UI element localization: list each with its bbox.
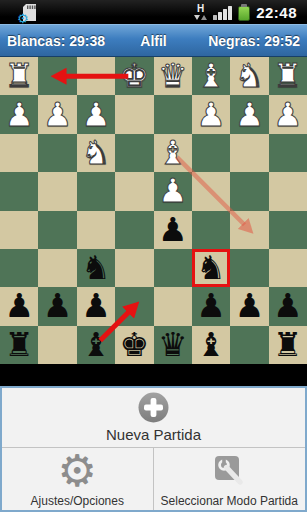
square-e8[interactable]: ♚: [115, 326, 153, 364]
black-bishop: ♝: [81, 326, 111, 364]
square-e4[interactable]: [115, 172, 153, 210]
notification-area: ⚙: [22, 4, 37, 21]
black-pawn: ♟: [158, 211, 188, 249]
black-knight: ♞: [196, 249, 226, 287]
white-rook: ♜: [4, 57, 34, 95]
black-pawn: ♟: [235, 287, 265, 325]
settings-button[interactable]: ⚙ Ajustes/Opciones: [2, 448, 154, 510]
square-a1[interactable]: ♜: [269, 57, 307, 95]
black-pawn: ♟: [273, 287, 303, 325]
square-f2[interactable]: ♟: [77, 95, 115, 133]
black-clock: Negras: 29:52: [208, 33, 300, 49]
black-rook: ♜: [4, 326, 34, 364]
plus-circle-icon: [138, 392, 169, 423]
white-king: ♚: [120, 57, 150, 95]
square-a6[interactable]: [269, 249, 307, 287]
square-e2[interactable]: [115, 95, 153, 133]
square-d5[interactable]: ♟: [154, 211, 192, 249]
black-pawn: ♟: [81, 287, 111, 325]
black-bishop: ♝: [196, 326, 226, 364]
gear-overlay-icon: ⚙: [17, 12, 29, 25]
square-c5[interactable]: [192, 211, 230, 249]
square-b5[interactable]: [230, 211, 268, 249]
clock-time: 22:48: [256, 4, 297, 21]
square-g8[interactable]: [38, 326, 76, 364]
game-header-bar: Blancas: 29:38 Alfil Negras: 29:52: [0, 24, 307, 57]
white-pawn: ♟: [158, 172, 188, 210]
white-knight: ♞: [81, 134, 111, 172]
black-queen: ♛: [158, 326, 188, 364]
square-e7[interactable]: [115, 287, 153, 325]
square-b3[interactable]: [230, 134, 268, 172]
square-a8[interactable]: ♜: [269, 326, 307, 364]
black-pawn: ♟: [43, 287, 73, 325]
square-c8[interactable]: ♝: [192, 326, 230, 364]
square-e3[interactable]: [115, 134, 153, 172]
white-bishop: ♝: [196, 57, 226, 95]
gear-icon: ⚙: [58, 451, 97, 491]
select-mode-label: Seleccionar Modo Partida: [161, 494, 298, 508]
black-pawn: ♟: [4, 287, 34, 325]
square-h4[interactable]: [0, 172, 38, 210]
new-game-button[interactable]: Nueva Partida: [2, 388, 305, 447]
white-clock: Blancas: 29:38: [7, 33, 105, 49]
square-b1[interactable]: ♞: [230, 57, 268, 95]
white-pawn: ♟: [81, 96, 111, 134]
square-a7[interactable]: ♟: [269, 287, 307, 325]
square-c6[interactable]: ♞: [192, 249, 230, 287]
square-c4[interactable]: [192, 172, 230, 210]
square-g6[interactable]: [38, 249, 76, 287]
black-king: ♚: [120, 326, 150, 364]
square-f6[interactable]: ♞: [77, 249, 115, 287]
android-status-bar: ⚙ H 22:48: [0, 0, 307, 24]
square-e6[interactable]: [115, 249, 153, 287]
white-knight: ♞: [235, 57, 265, 95]
square-h3[interactable]: [0, 134, 38, 172]
square-g2[interactable]: ♟: [38, 95, 76, 133]
battery-icon: [238, 6, 250, 21]
square-h8[interactable]: ♜: [0, 326, 38, 364]
square-c3[interactable]: [192, 134, 230, 172]
square-g5[interactable]: [38, 211, 76, 249]
select-mode-button[interactable]: Seleccionar Modo Partida: [154, 448, 306, 510]
square-d2[interactable]: [154, 95, 192, 133]
square-b8[interactable]: [230, 326, 268, 364]
chess-board[interactable]: ♜♚♛♝♞♜♟♟♟♟♟♟♞♝♟♟♞♞♟♟♟♟♟♟♜♝♚♛♝♜: [0, 57, 307, 364]
square-a2[interactable]: ♟: [269, 95, 307, 133]
square-d6[interactable]: [154, 249, 192, 287]
square-g7[interactable]: ♟: [38, 287, 76, 325]
square-d8[interactable]: ♛: [154, 326, 192, 364]
square-b6[interactable]: [230, 249, 268, 287]
square-c2[interactable]: ♟: [192, 95, 230, 133]
square-b4[interactable]: [230, 172, 268, 210]
sd-card-icon: ⚙: [22, 4, 37, 21]
settings-label: Ajustes/Opciones: [31, 494, 124, 508]
black-pawn: ♟: [196, 287, 226, 325]
white-pawn: ♟: [196, 96, 226, 134]
square-d3[interactable]: ♝: [154, 134, 192, 172]
black-knight: ♞: [81, 249, 111, 287]
square-h5[interactable]: [0, 211, 38, 249]
black-rook: ♜: [273, 326, 303, 364]
square-e1[interactable]: ♚: [115, 57, 153, 95]
square-h2[interactable]: ♟: [0, 95, 38, 133]
white-pawn: ♟: [43, 96, 73, 134]
wrench-icon: [211, 454, 247, 488]
square-f8[interactable]: ♝: [77, 326, 115, 364]
white-pawn: ♟: [273, 96, 303, 134]
square-d1[interactable]: ♛: [154, 57, 192, 95]
white-pawn: ♟: [235, 96, 265, 134]
square-d7[interactable]: [154, 287, 192, 325]
square-f3[interactable]: ♞: [77, 134, 115, 172]
square-f1[interactable]: [77, 57, 115, 95]
white-rook: ♜: [273, 57, 303, 95]
square-a5[interactable]: [269, 211, 307, 249]
square-b7[interactable]: ♟: [230, 287, 268, 325]
square-f7[interactable]: ♟: [77, 287, 115, 325]
square-f5[interactable]: [77, 211, 115, 249]
white-bishop: ♝: [158, 134, 188, 172]
new-game-label: Nueva Partida: [106, 426, 201, 443]
move-list[interactable]: 1. e4 e6 2. d4 d5 3. exd5 exd5 4. Nf3 Nf…: [0, 364, 307, 386]
square-f4[interactable]: [77, 172, 115, 210]
square-c1[interactable]: ♝: [192, 57, 230, 95]
bottom-menu-panel: Nueva Partida ⚙ Ajustes/Opciones Selecci…: [0, 386, 307, 512]
square-a3[interactable]: [269, 134, 307, 172]
square-g1[interactable]: [38, 57, 76, 95]
signal-strength-icon: [213, 5, 232, 20]
square-g3[interactable]: [38, 134, 76, 172]
square-d4[interactable]: ♟: [154, 172, 192, 210]
square-b2[interactable]: ♟: [230, 95, 268, 133]
square-a4[interactable]: [269, 172, 307, 210]
status-indicators: H 22:48: [194, 4, 297, 21]
square-e5[interactable]: [115, 211, 153, 249]
hspa-network-icon: H: [194, 4, 207, 20]
square-c7[interactable]: ♟: [192, 287, 230, 325]
square-h7[interactable]: ♟: [0, 287, 38, 325]
square-h1[interactable]: ♜: [0, 57, 38, 95]
white-queen: ♛: [158, 57, 188, 95]
white-pawn: ♟: [4, 96, 34, 134]
chess-app-screen: ⚙ H 22:48 Blancas: 29:38 Alfil Negras: 2…: [0, 0, 307, 512]
square-g4[interactable]: [38, 172, 76, 210]
square-h6[interactable]: [0, 249, 38, 287]
